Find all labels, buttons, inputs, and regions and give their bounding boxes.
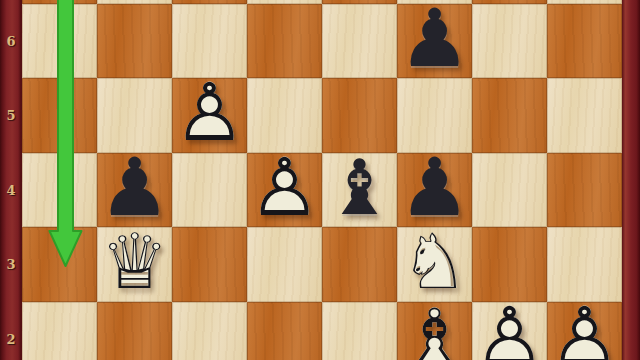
piece-white-pawn-c5[interactable]: ♟♙	[172, 78, 247, 153]
square-f3[interactable]: ♞♘	[397, 227, 472, 302]
white-queen-outline: ♕	[100, 225, 168, 301]
square-d6[interactable]	[247, 4, 322, 79]
square-h6[interactable]	[547, 4, 622, 79]
square-c3[interactable]	[172, 227, 247, 302]
square-f6[interactable]: ♟	[397, 4, 472, 79]
square-c5[interactable]: ♟♙	[172, 78, 247, 153]
rank-label-4: 4	[0, 182, 22, 197]
white-pawn-outline: ♙	[174, 74, 246, 154]
white-knight-outline: ♘	[400, 225, 468, 301]
square-e3[interactable]	[322, 227, 397, 302]
piece-black-pawn-b4[interactable]: ♟	[97, 153, 172, 228]
square-f4[interactable]: ♟	[397, 153, 472, 228]
square-h4[interactable]	[547, 153, 622, 228]
piece-white-pawn-g2[interactable]: ♟♙	[472, 302, 547, 360]
square-e4[interactable]: ♝	[322, 153, 397, 228]
square-a4[interactable]	[22, 153, 97, 228]
square-b2[interactable]	[97, 302, 172, 360]
rank-label-5: 5	[0, 108, 22, 123]
board-frame-right	[622, 0, 640, 360]
white-pawn-outline: ♙	[249, 148, 321, 228]
rank-label-6: 6	[0, 33, 22, 48]
square-c4[interactable]	[172, 153, 247, 228]
chess-app-window: { "game": "chess", "view": { "descriptio…	[0, 0, 640, 360]
square-d3[interactable]	[247, 227, 322, 302]
square-b4[interactable]: ♟	[97, 153, 172, 228]
piece-black-pawn-f6[interactable]: ♟	[397, 4, 472, 79]
square-g6[interactable]	[472, 4, 547, 79]
square-h2[interactable]: ♟♙	[547, 302, 622, 360]
piece-white-pawn-h2[interactable]: ♟♙	[547, 302, 622, 360]
square-e5[interactable]	[322, 78, 397, 153]
board-frame-left: 65432	[0, 0, 22, 360]
square-c2[interactable]	[172, 302, 247, 360]
square-b6[interactable]	[97, 4, 172, 79]
chess-board: ♟♟♙♟♟♙♝♟♛♕♞♘♝♗♟♙♟♙	[22, 0, 622, 360]
square-f2[interactable]: ♝♗	[397, 302, 472, 360]
piece-black-pawn-f4[interactable]: ♟	[397, 153, 472, 228]
square-b3[interactable]: ♛♕	[97, 227, 172, 302]
square-a5[interactable]	[22, 78, 97, 153]
square-g4[interactable]	[472, 153, 547, 228]
square-h5[interactable]	[547, 78, 622, 153]
rank-label-2: 2	[0, 331, 22, 346]
rank-label-3: 3	[0, 257, 22, 272]
square-e2[interactable]	[322, 302, 397, 360]
black-pawn-glyph: ♟	[399, 148, 471, 228]
black-pawn-glyph: ♟	[399, 0, 471, 79]
square-g5[interactable]	[472, 78, 547, 153]
square-a3[interactable]	[22, 227, 97, 302]
square-a6[interactable]	[22, 4, 97, 79]
white-pawn-outline: ♙	[549, 297, 621, 360]
black-pawn-glyph: ♟	[99, 148, 171, 228]
square-d2[interactable]	[247, 302, 322, 360]
piece-white-pawn-d4[interactable]: ♟♙	[247, 153, 322, 228]
piece-white-queen-b3[interactable]: ♛♕	[97, 227, 172, 302]
white-pawn-outline: ♙	[474, 297, 546, 360]
piece-white-bishop-f2[interactable]: ♝♗	[397, 302, 472, 360]
square-a2[interactable]	[22, 302, 97, 360]
square-e6[interactable]	[322, 4, 397, 79]
piece-white-knight-f3[interactable]: ♞♘	[397, 227, 472, 302]
white-bishop-outline: ♗	[400, 299, 468, 360]
black-bishop-glyph: ♝	[325, 150, 393, 226]
board-viewport: ♟♟♙♟♟♙♝♟♛♕♞♘♝♗♟♙♟♙	[22, 0, 622, 360]
square-g2[interactable]: ♟♙	[472, 302, 547, 360]
square-d4[interactable]: ♟♙	[247, 153, 322, 228]
piece-black-bishop-e4[interactable]: ♝	[322, 153, 397, 228]
